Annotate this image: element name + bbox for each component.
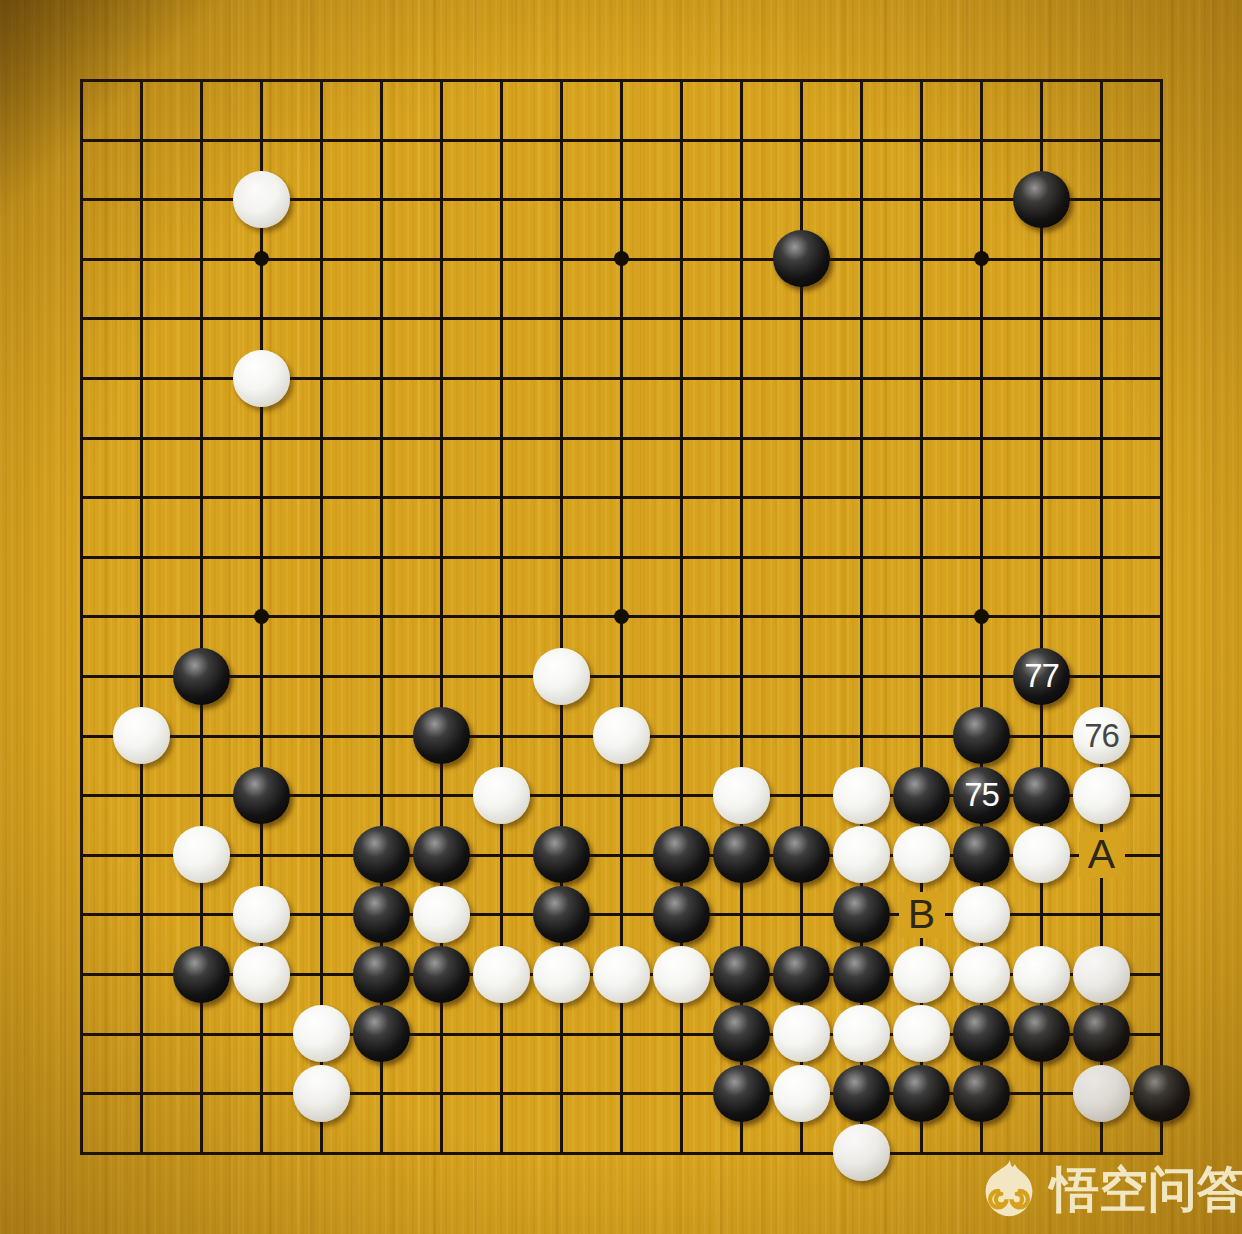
white-stone (773, 1065, 830, 1122)
white-stone (413, 886, 470, 943)
black-stone (953, 826, 1010, 883)
white-stone (293, 1005, 350, 1062)
white-stone (1073, 946, 1130, 1003)
black-stone (413, 707, 470, 764)
black-stone (353, 1005, 410, 1062)
star-point (614, 609, 629, 624)
move-number-77: 77 (1013, 648, 1070, 705)
black-stone (713, 1005, 770, 1062)
black-stone (353, 946, 410, 1003)
white-stone (593, 707, 650, 764)
point-label-B: B (899, 892, 945, 938)
white-stone (833, 767, 890, 824)
watermark: 悟空问答 (978, 1158, 1242, 1220)
black-stone (833, 1065, 890, 1122)
white-stone (233, 946, 290, 1003)
white-stone (713, 767, 770, 824)
move-number-76: 76 (1073, 707, 1130, 764)
white-stone (893, 946, 950, 1003)
black-stone (953, 707, 1010, 764)
black-stone (1013, 767, 1070, 824)
white-stone (473, 946, 530, 1003)
watermark-text: 悟空问答 (1050, 1158, 1242, 1220)
white-stone (1073, 767, 1130, 824)
white-stone (893, 826, 950, 883)
white-stone (953, 946, 1010, 1003)
black-stone (713, 946, 770, 1003)
white-stone (833, 826, 890, 883)
black-stone (773, 230, 830, 287)
black-stone (893, 767, 950, 824)
star-point (974, 251, 989, 266)
star-point (974, 609, 989, 624)
white-stone (233, 886, 290, 943)
black-stone (1133, 1065, 1190, 1122)
black-stone (833, 946, 890, 1003)
white-stone (1073, 1065, 1130, 1122)
black-stone (773, 826, 830, 883)
black-stone (833, 886, 890, 943)
black-stone (533, 826, 590, 883)
star-point (614, 251, 629, 266)
star-point (254, 251, 269, 266)
white-stone (893, 1005, 950, 1062)
move-number-75: 75 (953, 767, 1010, 824)
black-stone (353, 826, 410, 883)
go-diagram-screenshot: { "game": "go", "board": { "size": 19, "… (0, 0, 1242, 1234)
black-stone (1013, 171, 1070, 228)
white-stone (773, 1005, 830, 1062)
black-stone (413, 946, 470, 1003)
wukong-monkey-icon (978, 1158, 1040, 1220)
white-stone (1013, 946, 1070, 1003)
black-stone (233, 767, 290, 824)
white-stone (593, 946, 650, 1003)
black-stone (953, 1005, 1010, 1062)
white-stone (533, 946, 590, 1003)
white-stone (1013, 826, 1070, 883)
black-stone (1013, 1005, 1070, 1062)
white-stone (113, 707, 170, 764)
point-label-A: A (1079, 832, 1125, 878)
black-stone (773, 946, 830, 1003)
white-stone (473, 767, 530, 824)
white-stone (833, 1005, 890, 1062)
white-stone (233, 171, 290, 228)
white-stone (953, 886, 1010, 943)
white-stone (833, 1124, 890, 1181)
white-stone (233, 350, 290, 407)
go-board: 777675AB (52, 50, 1192, 1182)
black-stone (173, 648, 230, 705)
black-stone (953, 1065, 1010, 1122)
white-stone (173, 826, 230, 883)
black-stone (653, 826, 710, 883)
white-stone (533, 648, 590, 705)
black-stone (353, 886, 410, 943)
black-stone (533, 886, 590, 943)
star-point (254, 609, 269, 624)
black-stone (173, 946, 230, 1003)
white-stone (653, 946, 710, 1003)
black-stone (713, 826, 770, 883)
black-stone (653, 886, 710, 943)
black-stone (713, 1065, 770, 1122)
black-stone (893, 1065, 950, 1122)
black-stone (413, 826, 470, 883)
white-stone (293, 1065, 350, 1122)
black-stone (1073, 1005, 1130, 1062)
